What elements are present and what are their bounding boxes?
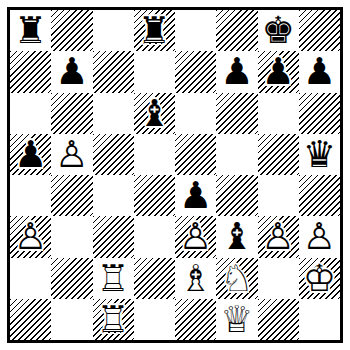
black-pawn: ♟♟: [175, 175, 216, 216]
square-b4[interactable]: [51, 175, 92, 216]
square-h1[interactable]: [299, 299, 340, 340]
chess-diagram-page: ♜♜♜♜♚♚♟♟♟♟♟♟♟♟♝♝♟♟♟♙♛♛♟♟♟♙♟♙♝♝♟♙♟♙♜♖♝♗♞♘…: [0, 0, 350, 350]
square-a8[interactable]: ♜♜: [10, 10, 51, 51]
black-bishop-glyph: ♝: [134, 93, 175, 134]
black-bishop-glyph: ♝: [216, 216, 257, 257]
square-h7[interactable]: ♟♟: [299, 51, 340, 92]
square-h2[interactable]: ♚♔: [299, 258, 340, 299]
square-e6[interactable]: [175, 93, 216, 134]
black-pawn: ♟♟: [10, 134, 51, 175]
square-b1[interactable]: [51, 299, 92, 340]
black-rook-glyph: ♜: [10, 10, 51, 51]
square-c5[interactable]: [93, 134, 134, 175]
square-d6[interactable]: ♝♝: [134, 93, 175, 134]
white-queen: ♛♕: [216, 299, 257, 340]
black-queen: ♛♛: [299, 134, 340, 175]
white-pawn: ♟♙: [175, 216, 216, 257]
black-pawn-glyph: ♟: [175, 175, 216, 216]
square-c8[interactable]: [93, 10, 134, 51]
square-f1[interactable]: ♛♕: [216, 299, 257, 340]
square-f7[interactable]: ♟♟: [216, 51, 257, 92]
white-pawn-glyph: ♙: [258, 216, 299, 257]
black-pawn-glyph: ♟: [258, 51, 299, 92]
black-pawn-glyph: ♟: [10, 134, 51, 175]
white-pawn: ♟♙: [258, 216, 299, 257]
square-e4[interactable]: ♟♟: [175, 175, 216, 216]
black-bishop: ♝♝: [216, 216, 257, 257]
white-knight: ♞♘: [216, 258, 257, 299]
square-a6[interactable]: [10, 93, 51, 134]
square-f4[interactable]: [216, 175, 257, 216]
black-rook-glyph: ♜: [134, 10, 175, 51]
square-e7[interactable]: [175, 51, 216, 92]
square-g5[interactable]: [258, 134, 299, 175]
white-rook: ♜♖: [93, 299, 134, 340]
square-a7[interactable]: [10, 51, 51, 92]
black-queen-glyph: ♛: [299, 134, 340, 175]
square-g6[interactable]: [258, 93, 299, 134]
white-bishop: ♝♗: [175, 258, 216, 299]
white-knight-glyph: ♘: [216, 258, 257, 299]
square-g2[interactable]: [258, 258, 299, 299]
white-king-glyph: ♔: [299, 258, 340, 299]
square-d1[interactable]: [134, 299, 175, 340]
white-pawn: ♟♙: [10, 216, 51, 257]
square-f3[interactable]: ♝♝: [216, 216, 257, 257]
square-e5[interactable]: [175, 134, 216, 175]
square-e8[interactable]: [175, 10, 216, 51]
black-king: ♚♚: [258, 10, 299, 51]
square-b8[interactable]: [51, 10, 92, 51]
square-c6[interactable]: [93, 93, 134, 134]
square-c1[interactable]: ♜♖: [93, 299, 134, 340]
white-king: ♚♔: [299, 258, 340, 299]
square-h5[interactable]: ♛♛: [299, 134, 340, 175]
black-king-glyph: ♚: [258, 10, 299, 51]
square-d3[interactable]: [134, 216, 175, 257]
black-rook: ♜♜: [134, 10, 175, 51]
square-g4[interactable]: [258, 175, 299, 216]
white-pawn: ♟♙: [299, 216, 340, 257]
white-queen-glyph: ♕: [216, 299, 257, 340]
square-a4[interactable]: [10, 175, 51, 216]
square-a1[interactable]: [10, 299, 51, 340]
square-h4[interactable]: [299, 175, 340, 216]
square-b5[interactable]: ♟♙: [51, 134, 92, 175]
black-bishop: ♝♝: [134, 93, 175, 134]
square-d7[interactable]: [134, 51, 175, 92]
square-g8[interactable]: ♚♚: [258, 10, 299, 51]
square-f2[interactable]: ♞♘: [216, 258, 257, 299]
white-pawn: ♟♙: [51, 134, 92, 175]
white-rook-glyph: ♖: [93, 299, 134, 340]
square-b3[interactable]: [51, 216, 92, 257]
black-rook: ♜♜: [10, 10, 51, 51]
square-e1[interactable]: [175, 299, 216, 340]
square-b6[interactable]: [51, 93, 92, 134]
black-pawn: ♟♟: [51, 51, 92, 92]
square-g3[interactable]: ♟♙: [258, 216, 299, 257]
square-h3[interactable]: ♟♙: [299, 216, 340, 257]
square-a3[interactable]: ♟♙: [10, 216, 51, 257]
square-c7[interactable]: [93, 51, 134, 92]
square-a5[interactable]: ♟♟: [10, 134, 51, 175]
square-a2[interactable]: [10, 258, 51, 299]
square-d5[interactable]: [134, 134, 175, 175]
square-e2[interactable]: ♝♗: [175, 258, 216, 299]
square-g7[interactable]: ♟♟: [258, 51, 299, 92]
square-h8[interactable]: [299, 10, 340, 51]
white-rook-glyph: ♖: [93, 258, 134, 299]
square-h6[interactable]: [299, 93, 340, 134]
square-c3[interactable]: [93, 216, 134, 257]
square-g1[interactable]: [258, 299, 299, 340]
square-f5[interactable]: [216, 134, 257, 175]
square-b2[interactable]: [51, 258, 92, 299]
black-pawn-glyph: ♟: [216, 51, 257, 92]
black-pawn: ♟♟: [299, 51, 340, 92]
square-c4[interactable]: [93, 175, 134, 216]
white-pawn-glyph: ♙: [51, 134, 92, 175]
black-pawn-glyph: ♟: [51, 51, 92, 92]
chess-board: ♜♜♜♜♚♚♟♟♟♟♟♟♟♟♝♝♟♟♟♙♛♛♟♟♟♙♟♙♝♝♟♙♟♙♜♖♝♗♞♘…: [7, 7, 343, 343]
square-d4[interactable]: [134, 175, 175, 216]
white-rook: ♜♖: [93, 258, 134, 299]
square-d2[interactable]: [134, 258, 175, 299]
square-b7[interactable]: ♟♟: [51, 51, 92, 92]
white-bishop-glyph: ♗: [175, 258, 216, 299]
square-e3[interactable]: ♟♙: [175, 216, 216, 257]
black-pawn: ♟♟: [258, 51, 299, 92]
white-pawn-glyph: ♙: [10, 216, 51, 257]
square-f6[interactable]: [216, 93, 257, 134]
black-pawn-glyph: ♟: [299, 51, 340, 92]
square-f8[interactable]: [216, 10, 257, 51]
square-c2[interactable]: ♜♖: [93, 258, 134, 299]
white-pawn-glyph: ♙: [299, 216, 340, 257]
square-d8[interactable]: ♜♜: [134, 10, 175, 51]
black-pawn: ♟♟: [216, 51, 257, 92]
white-pawn-glyph: ♙: [175, 216, 216, 257]
